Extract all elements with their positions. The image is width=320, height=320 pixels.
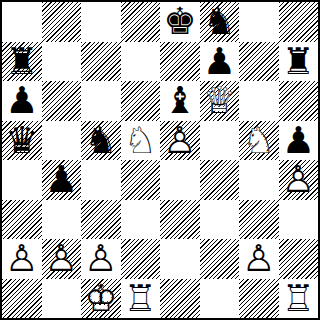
square-g6[interactable] [239, 81, 279, 121]
white-pawn: ♟♙ [279, 160, 319, 200]
square-e6[interactable]: ♝ [160, 81, 200, 121]
square-g3[interactable] [239, 200, 279, 240]
black-king: ♚ [160, 2, 200, 42]
piece-glyph: ♙ [242, 240, 275, 277]
piece-glyph: ♕ [203, 82, 236, 119]
white-king: ♚♔ [81, 279, 121, 319]
piece-glyph: ♞ [203, 3, 236, 40]
square-h3[interactable] [279, 200, 319, 240]
white-rook: ♜♖ [279, 279, 319, 319]
piece-glyph: ♙ [45, 240, 78, 277]
piece-glyph: ♛ [5, 122, 38, 159]
square-c8[interactable] [81, 2, 121, 42]
square-a2[interactable]: ♟♙ [2, 239, 42, 279]
square-g7[interactable] [239, 42, 279, 82]
square-a3[interactable] [2, 200, 42, 240]
piece-glyph: ♙ [163, 122, 196, 159]
piece-glyph: ♚ [163, 3, 196, 40]
black-pawn: ♟ [279, 121, 319, 161]
black-pawn: ♟ [2, 81, 42, 121]
square-a7[interactable]: ♜ [2, 42, 42, 82]
square-f7[interactable]: ♟ [200, 42, 240, 82]
square-a4[interactable] [2, 160, 42, 200]
square-f2[interactable] [200, 239, 240, 279]
white-pawn: ♟♙ [160, 121, 200, 161]
square-b4[interactable]: ♟ [42, 160, 82, 200]
square-d3[interactable] [121, 200, 161, 240]
square-b2[interactable]: ♟♙ [42, 239, 82, 279]
square-c4[interactable] [81, 160, 121, 200]
square-h4[interactable]: ♟♙ [279, 160, 319, 200]
black-knight: ♞ [200, 2, 240, 42]
square-c6[interactable] [81, 81, 121, 121]
square-h2[interactable] [279, 239, 319, 279]
square-f4[interactable] [200, 160, 240, 200]
square-e3[interactable] [160, 200, 200, 240]
white-queen: ♛♕ [200, 81, 240, 121]
piece-glyph: ♙ [84, 240, 117, 277]
piece-glyph: ♜ [282, 43, 315, 80]
square-e2[interactable] [160, 239, 200, 279]
square-e1[interactable] [160, 279, 200, 319]
piece-glyph: ♘ [242, 122, 275, 159]
square-g2[interactable]: ♟♙ [239, 239, 279, 279]
white-knight: ♞♘ [239, 121, 279, 161]
square-g1[interactable] [239, 279, 279, 319]
square-b7[interactable] [42, 42, 82, 82]
square-c5[interactable]: ♞ [81, 121, 121, 161]
black-pawn: ♟ [42, 160, 82, 200]
square-d5[interactable]: ♞♘ [121, 121, 161, 161]
square-g5[interactable]: ♞♘ [239, 121, 279, 161]
square-e4[interactable] [160, 160, 200, 200]
square-a5[interactable]: ♛ [2, 121, 42, 161]
piece-glyph: ♟ [282, 122, 315, 159]
piece-glyph: ♜ [5, 43, 38, 80]
square-g4[interactable] [239, 160, 279, 200]
square-g8[interactable] [239, 2, 279, 42]
square-f1[interactable] [200, 279, 240, 319]
black-rook: ♜ [2, 42, 42, 82]
square-d8[interactable] [121, 2, 161, 42]
black-rook: ♜ [279, 42, 319, 82]
square-f3[interactable] [200, 200, 240, 240]
square-d4[interactable] [121, 160, 161, 200]
square-f5[interactable] [200, 121, 240, 161]
piece-glyph: ♝ [163, 82, 196, 119]
square-a8[interactable] [2, 2, 42, 42]
square-a1[interactable] [2, 279, 42, 319]
square-c1[interactable]: ♚♔ [81, 279, 121, 319]
square-d1[interactable]: ♜♖ [121, 279, 161, 319]
white-rook: ♜♖ [121, 279, 161, 319]
square-h6[interactable] [279, 81, 319, 121]
white-pawn: ♟♙ [81, 239, 121, 279]
square-b1[interactable] [42, 279, 82, 319]
square-a6[interactable]: ♟ [2, 81, 42, 121]
square-e8[interactable]: ♚ [160, 2, 200, 42]
piece-glyph: ♖ [124, 280, 157, 317]
square-h7[interactable]: ♜ [279, 42, 319, 82]
square-b3[interactable] [42, 200, 82, 240]
piece-glyph: ♔ [84, 280, 117, 317]
square-b5[interactable] [42, 121, 82, 161]
piece-glyph: ♟ [203, 43, 236, 80]
square-d7[interactable] [121, 42, 161, 82]
piece-glyph: ♞ [84, 122, 117, 159]
piece-glyph: ♘ [124, 122, 157, 159]
square-f8[interactable]: ♞ [200, 2, 240, 42]
square-h5[interactable]: ♟ [279, 121, 319, 161]
square-c2[interactable]: ♟♙ [81, 239, 121, 279]
chess-board: ♚♞♜♟♜♟♝♛♕♛♞♞♘♟♙♞♘♟♟♟♙♟♙♟♙♟♙♟♙♚♔♜♖♜♖ [0, 0, 320, 320]
white-knight: ♞♘ [121, 121, 161, 161]
black-knight: ♞ [81, 121, 121, 161]
square-f6[interactable]: ♛♕ [200, 81, 240, 121]
piece-glyph: ♟ [45, 161, 78, 198]
square-e7[interactable] [160, 42, 200, 82]
piece-glyph: ♙ [282, 161, 315, 198]
square-e5[interactable]: ♟♙ [160, 121, 200, 161]
square-b8[interactable] [42, 2, 82, 42]
piece-glyph: ♟ [5, 82, 38, 119]
piece-glyph: ♙ [5, 240, 38, 277]
black-bishop: ♝ [160, 81, 200, 121]
square-c3[interactable] [81, 200, 121, 240]
piece-glyph: ♖ [282, 280, 315, 317]
black-pawn: ♟ [200, 42, 240, 82]
square-h8[interactable] [279, 2, 319, 42]
white-pawn: ♟♙ [239, 239, 279, 279]
black-queen: ♛ [2, 121, 42, 161]
white-pawn: ♟♙ [42, 239, 82, 279]
square-d2[interactable] [121, 239, 161, 279]
white-pawn: ♟♙ [2, 239, 42, 279]
square-c7[interactable] [81, 42, 121, 82]
square-h1[interactable]: ♜♖ [279, 279, 319, 319]
square-b6[interactable] [42, 81, 82, 121]
square-d6[interactable] [121, 81, 161, 121]
